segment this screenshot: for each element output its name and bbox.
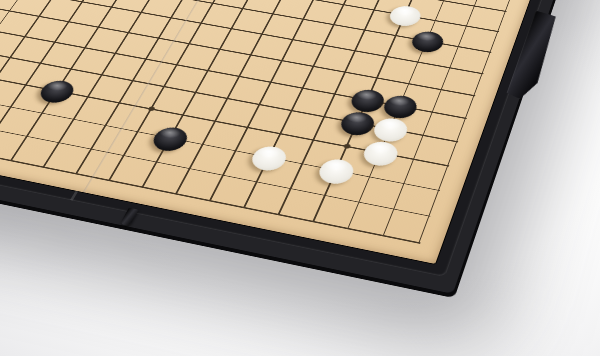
white-stone[interactable]	[315, 156, 357, 186]
black-stone[interactable]	[35, 78, 78, 105]
photo-background	[0, 0, 600, 356]
star-point	[147, 106, 155, 111]
frame-fold-seam	[70, 191, 78, 201]
white-stone[interactable]	[386, 4, 424, 28]
black-stone[interactable]	[148, 125, 191, 153]
white-stone[interactable]	[360, 139, 402, 168]
board-grid[interactable]	[0, 0, 560, 244]
clasp-knob	[120, 208, 139, 227]
black-stone[interactable]	[380, 93, 420, 120]
black-stone[interactable]	[347, 87, 387, 114]
black-stone[interactable]	[408, 29, 446, 54]
white-stone[interactable]	[370, 116, 411, 144]
go-board	[0, 0, 592, 277]
white-stone[interactable]	[247, 144, 290, 173]
black-stone[interactable]	[337, 109, 378, 137]
star-point	[343, 144, 351, 150]
board-surface	[0, 0, 579, 264]
